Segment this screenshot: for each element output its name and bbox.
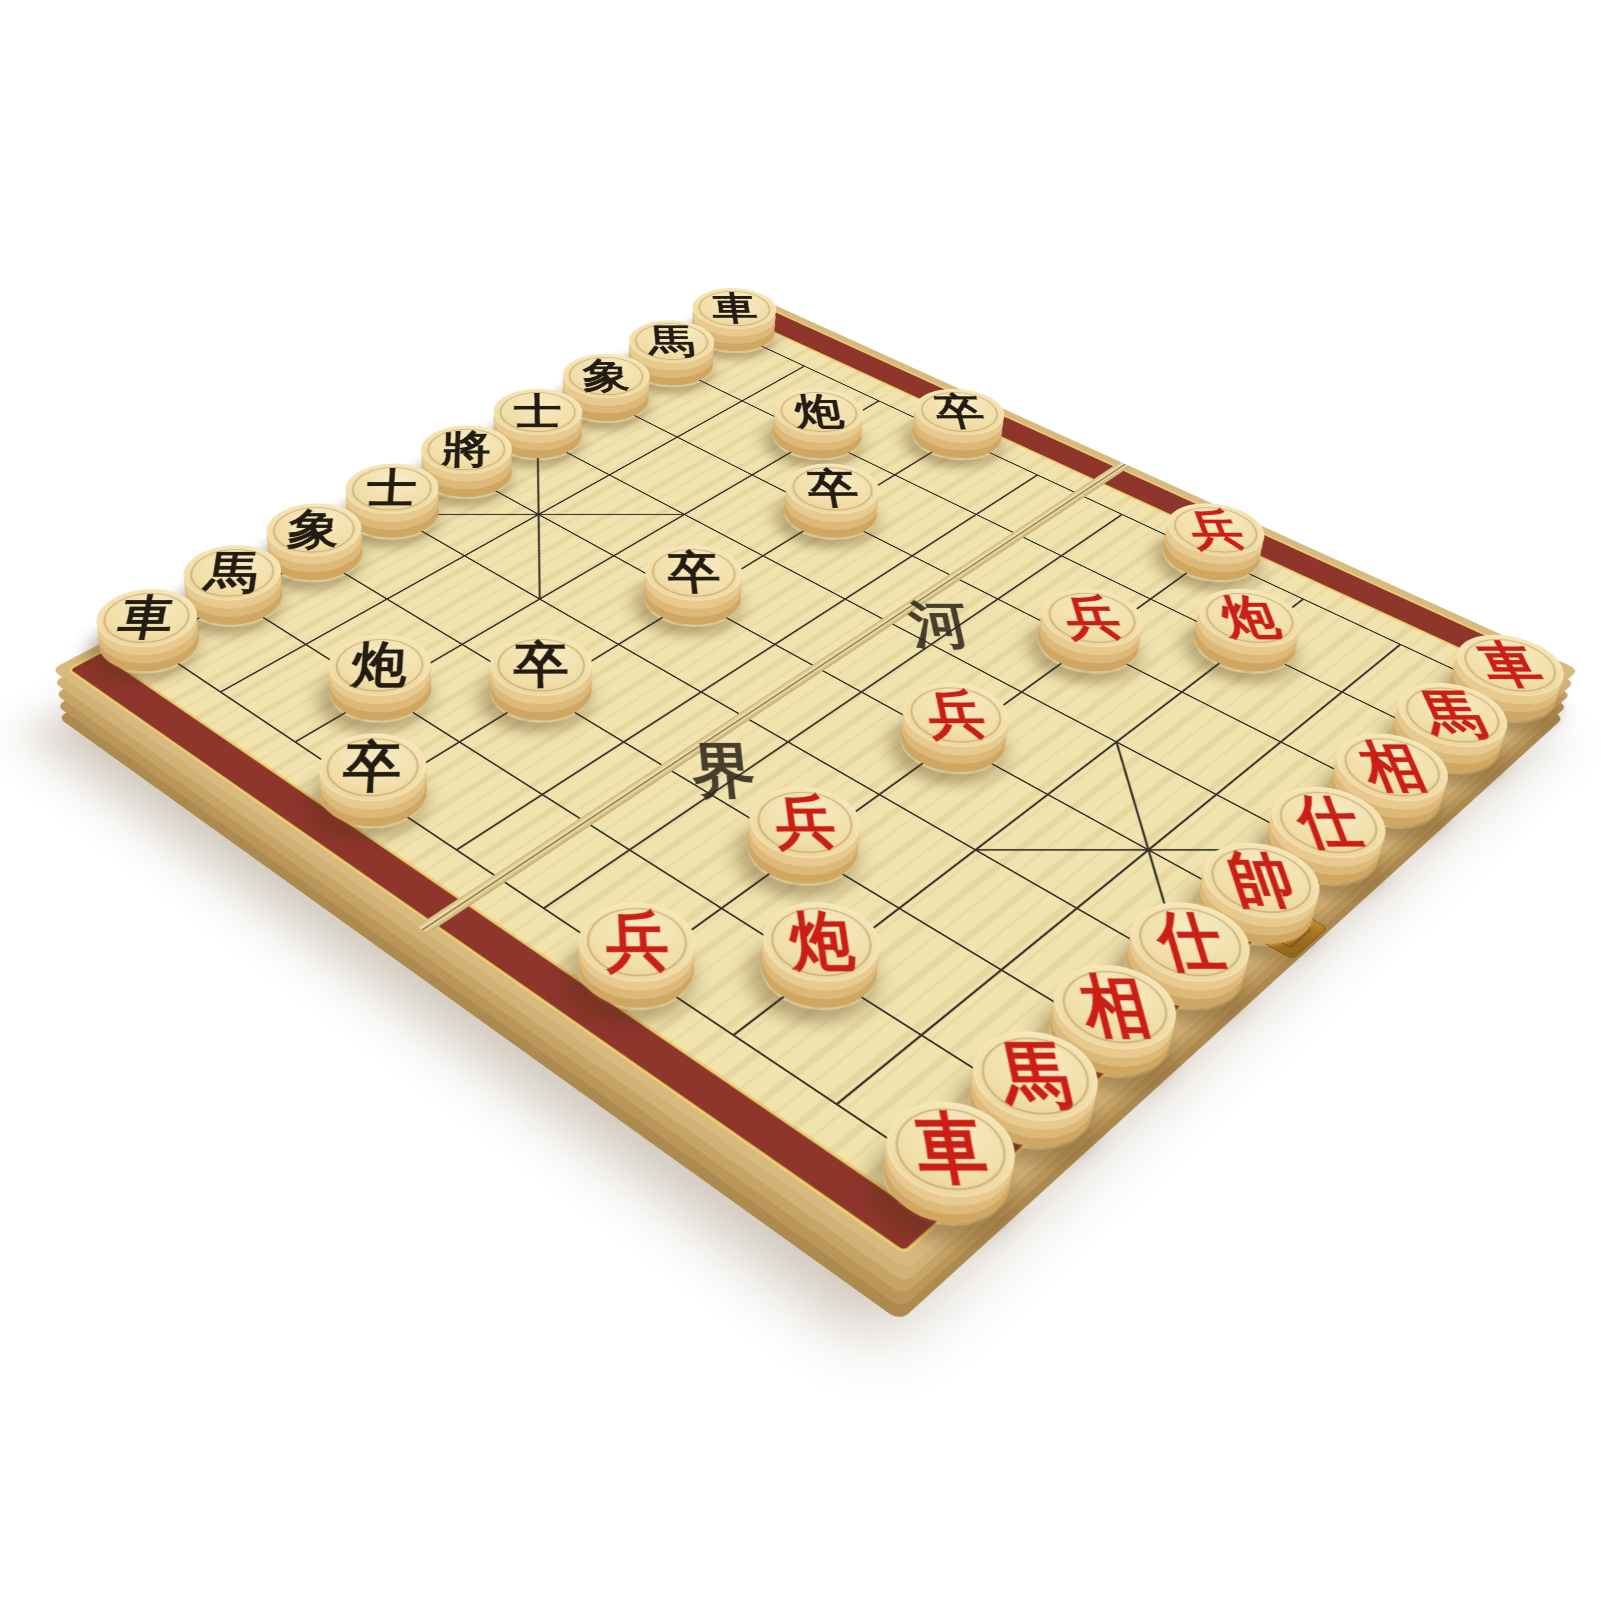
piece-glyph: 炮 — [324, 620, 432, 712]
piece-glyph: 卒 — [907, 378, 1014, 448]
xiangqi-board: 河 界 車馬象士將士象馬車炮炮卒卒卒卒卒兵兵兵兵兵炮炮車馬相仕帥仕相馬車 — [51, 298, 1578, 1271]
piece-glyph: 炮 — [769, 378, 870, 448]
piece-glyph: 卒 — [781, 451, 887, 527]
piece-glyph: 兵 — [577, 883, 700, 1003]
piece-glyph: 卒 — [314, 717, 428, 819]
piece-glyph: 炮 — [757, 883, 890, 1003]
piece-glyph: 車 — [87, 575, 203, 662]
product-photo-scene: 河 界 車馬象士將士象馬車炮炮卒卒卒卒卒兵兵兵兵兵炮炮車馬相仕帥仕相馬車 — [0, 0, 1601, 1601]
piece-glyph: 卒 — [490, 620, 594, 712]
piece-glyph: 兵 — [744, 770, 869, 877]
piece-glyph: 卒 — [642, 532, 747, 615]
